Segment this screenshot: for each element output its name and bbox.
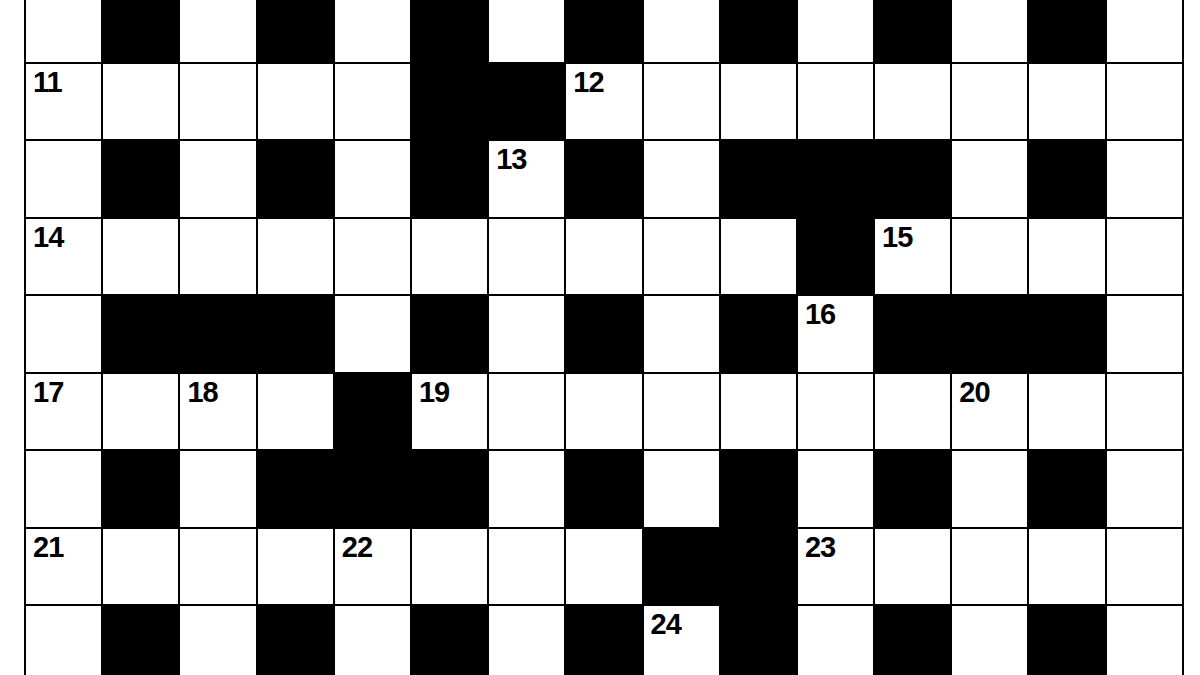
clue-number: 13 bbox=[496, 145, 526, 174]
black-cell bbox=[258, 606, 333, 675]
clue-number: 15 bbox=[882, 223, 912, 252]
black-cell bbox=[566, 451, 641, 527]
white-cell[interactable] bbox=[1107, 374, 1182, 450]
white-cell[interactable] bbox=[489, 0, 564, 62]
white-cell[interactable] bbox=[721, 374, 796, 450]
white-cell[interactable] bbox=[1029, 374, 1104, 450]
white-cell[interactable] bbox=[1029, 64, 1104, 140]
white-cell[interactable] bbox=[952, 141, 1027, 217]
black-cell bbox=[335, 451, 410, 527]
white-cell[interactable] bbox=[180, 606, 255, 675]
crossword-board: 1112131415161718192021222324 bbox=[24, 0, 1184, 675]
white-cell[interactable] bbox=[489, 451, 564, 527]
white-cell[interactable] bbox=[952, 0, 1027, 62]
black-cell bbox=[798, 141, 873, 217]
white-cell[interactable] bbox=[721, 64, 796, 140]
white-cell[interactable] bbox=[412, 219, 487, 295]
white-cell[interactable] bbox=[875, 529, 950, 605]
white-cell[interactable] bbox=[798, 374, 873, 450]
black-cell bbox=[721, 451, 796, 527]
white-cell[interactable] bbox=[1107, 64, 1182, 140]
clue-number: 14 bbox=[33, 223, 63, 252]
black-cell bbox=[412, 141, 487, 217]
white-cell[interactable] bbox=[1029, 219, 1104, 295]
white-cell[interactable] bbox=[258, 64, 333, 140]
white-cell[interactable] bbox=[489, 529, 564, 605]
white-cell[interactable]: 19 bbox=[412, 374, 487, 450]
white-cell[interactable] bbox=[952, 64, 1027, 140]
white-cell[interactable] bbox=[180, 219, 255, 295]
white-cell[interactable] bbox=[1107, 451, 1182, 527]
white-cell[interactable]: 13 bbox=[489, 141, 564, 217]
white-cell[interactable] bbox=[412, 529, 487, 605]
white-cell[interactable] bbox=[566, 374, 641, 450]
clue-number: 24 bbox=[651, 610, 681, 639]
black-cell bbox=[412, 0, 487, 62]
white-cell[interactable] bbox=[1107, 219, 1182, 295]
white-cell[interactable] bbox=[798, 0, 873, 62]
black-cell bbox=[875, 606, 950, 675]
white-cell[interactable] bbox=[335, 64, 410, 140]
white-cell[interactable] bbox=[566, 219, 641, 295]
white-cell[interactable] bbox=[875, 64, 950, 140]
white-cell[interactable]: 23 bbox=[798, 529, 873, 605]
black-cell bbox=[412, 606, 487, 675]
white-cell[interactable] bbox=[103, 219, 178, 295]
black-cell bbox=[1029, 606, 1104, 675]
white-cell[interactable] bbox=[1107, 141, 1182, 217]
black-cell bbox=[875, 0, 950, 62]
white-cell[interactable] bbox=[798, 606, 873, 675]
white-cell[interactable] bbox=[489, 219, 564, 295]
clue-number: 18 bbox=[187, 378, 217, 407]
black-cell bbox=[103, 296, 178, 372]
white-cell[interactable] bbox=[644, 64, 719, 140]
black-cell bbox=[952, 296, 1027, 372]
white-cell[interactable]: 21 bbox=[26, 529, 101, 605]
black-cell bbox=[875, 296, 950, 372]
white-cell[interactable] bbox=[335, 0, 410, 62]
clue-number: 23 bbox=[805, 533, 835, 562]
white-cell[interactable] bbox=[180, 141, 255, 217]
clue-number: 11 bbox=[33, 68, 62, 97]
white-cell[interactable] bbox=[798, 451, 873, 527]
white-cell[interactable]: 15 bbox=[875, 219, 950, 295]
white-cell[interactable] bbox=[335, 606, 410, 675]
white-cell[interactable]: 18 bbox=[180, 374, 255, 450]
white-cell[interactable] bbox=[1107, 606, 1182, 675]
white-cell[interactable]: 20 bbox=[952, 374, 1027, 450]
white-cell[interactable] bbox=[103, 529, 178, 605]
white-cell[interactable] bbox=[952, 529, 1027, 605]
white-cell[interactable] bbox=[335, 296, 410, 372]
white-cell[interactable]: 14 bbox=[26, 219, 101, 295]
crossword-page: 1112131415161718192021222324 bbox=[0, 0, 1200, 675]
black-cell bbox=[875, 141, 950, 217]
black-cell bbox=[798, 219, 873, 295]
white-cell[interactable] bbox=[1029, 529, 1104, 605]
black-cell bbox=[258, 296, 333, 372]
white-cell[interactable] bbox=[798, 64, 873, 140]
black-cell bbox=[412, 296, 487, 372]
white-cell[interactable] bbox=[952, 451, 1027, 527]
white-cell[interactable] bbox=[489, 296, 564, 372]
clue-number: 17 bbox=[33, 378, 63, 407]
black-cell bbox=[875, 451, 950, 527]
white-cell[interactable] bbox=[644, 219, 719, 295]
black-cell bbox=[566, 606, 641, 675]
white-cell[interactable] bbox=[644, 374, 719, 450]
white-cell[interactable] bbox=[258, 374, 333, 450]
black-cell bbox=[721, 529, 796, 605]
white-cell[interactable] bbox=[489, 606, 564, 675]
white-cell[interactable] bbox=[644, 0, 719, 62]
clue-number: 22 bbox=[342, 533, 372, 562]
white-cell[interactable] bbox=[952, 606, 1027, 675]
black-cell bbox=[103, 451, 178, 527]
white-cell[interactable] bbox=[721, 219, 796, 295]
white-cell[interactable] bbox=[180, 64, 255, 140]
white-cell[interactable] bbox=[1107, 529, 1182, 605]
white-cell[interactable] bbox=[26, 141, 101, 217]
black-cell bbox=[180, 296, 255, 372]
black-cell bbox=[258, 141, 333, 217]
clue-number: 16 bbox=[805, 300, 835, 329]
white-cell[interactable] bbox=[26, 0, 101, 62]
clue-number: 12 bbox=[573, 68, 603, 97]
black-cell bbox=[103, 0, 178, 62]
white-cell[interactable] bbox=[258, 219, 333, 295]
black-cell bbox=[412, 451, 487, 527]
black-cell bbox=[1029, 0, 1104, 62]
white-cell[interactable] bbox=[26, 296, 101, 372]
black-cell bbox=[721, 0, 796, 62]
white-cell[interactable]: 22 bbox=[335, 529, 410, 605]
white-cell[interactable] bbox=[180, 529, 255, 605]
black-cell bbox=[721, 141, 796, 217]
white-cell[interactable] bbox=[335, 219, 410, 295]
black-cell bbox=[258, 0, 333, 62]
white-cell[interactable] bbox=[26, 606, 101, 675]
white-cell[interactable] bbox=[952, 219, 1027, 295]
black-cell bbox=[258, 451, 333, 527]
black-cell bbox=[412, 64, 487, 140]
clue-number: 20 bbox=[959, 378, 989, 407]
white-cell[interactable]: 24 bbox=[644, 606, 719, 675]
white-cell[interactable] bbox=[180, 0, 255, 62]
black-cell bbox=[721, 296, 796, 372]
white-cell[interactable] bbox=[103, 374, 178, 450]
black-cell bbox=[1029, 141, 1104, 217]
white-cell[interactable] bbox=[566, 529, 641, 605]
white-cell[interactable] bbox=[875, 374, 950, 450]
black-cell bbox=[566, 141, 641, 217]
white-cell[interactable] bbox=[489, 374, 564, 450]
white-cell[interactable]: 11 bbox=[26, 64, 101, 140]
white-cell[interactable] bbox=[1107, 0, 1182, 62]
white-cell[interactable] bbox=[1107, 296, 1182, 372]
white-cell[interactable] bbox=[335, 141, 410, 217]
clue-number: 19 bbox=[419, 378, 449, 407]
black-cell bbox=[489, 64, 564, 140]
white-cell[interactable] bbox=[26, 451, 101, 527]
white-cell[interactable]: 12 bbox=[566, 64, 641, 140]
black-cell bbox=[335, 374, 410, 450]
black-cell bbox=[103, 141, 178, 217]
black-cell bbox=[566, 296, 641, 372]
black-cell bbox=[644, 529, 719, 605]
white-cell[interactable] bbox=[644, 141, 719, 217]
black-cell bbox=[1029, 451, 1104, 527]
white-cell[interactable] bbox=[258, 529, 333, 605]
black-cell bbox=[103, 606, 178, 675]
white-cell[interactable]: 17 bbox=[26, 374, 101, 450]
black-cell bbox=[566, 0, 641, 62]
white-cell[interactable] bbox=[103, 64, 178, 140]
white-cell[interactable] bbox=[644, 296, 719, 372]
black-cell bbox=[1029, 296, 1104, 372]
white-cell[interactable] bbox=[644, 451, 719, 527]
clue-number: 21 bbox=[33, 533, 63, 562]
white-cell[interactable]: 16 bbox=[798, 296, 873, 372]
white-cell[interactable] bbox=[180, 451, 255, 527]
black-cell bbox=[721, 606, 796, 675]
